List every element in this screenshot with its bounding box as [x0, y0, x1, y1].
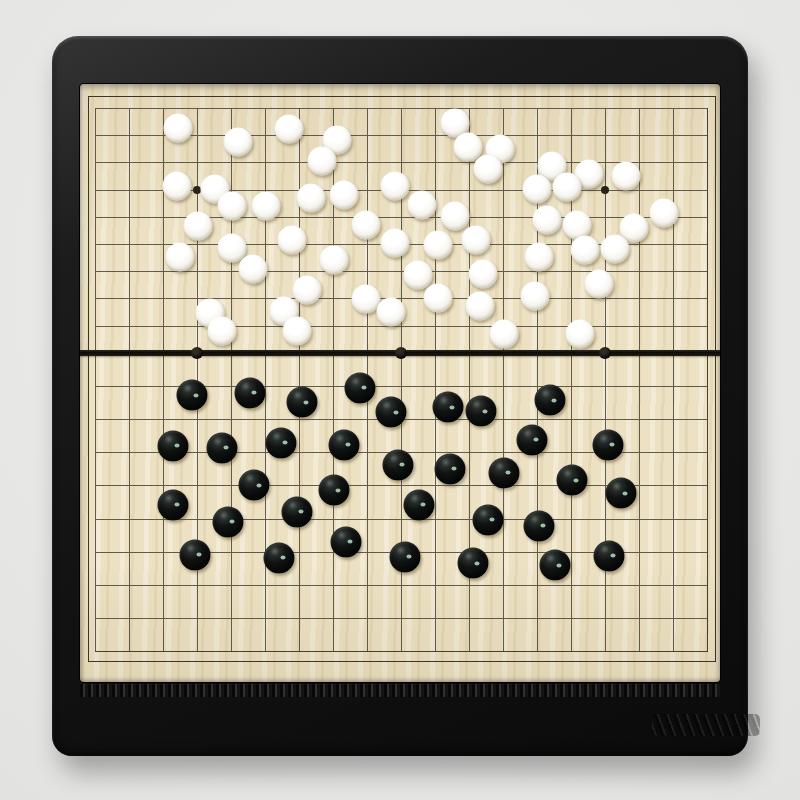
grid-cell	[673, 452, 707, 485]
white-stone[interactable]	[163, 171, 192, 200]
grid-cell	[673, 217, 707, 244]
grid-cell	[367, 485, 401, 518]
grid-cell	[129, 190, 163, 217]
grid-cell	[639, 244, 673, 271]
grid-cell	[129, 162, 163, 189]
black-stone[interactable]	[212, 506, 243, 537]
white-stone[interactable]	[523, 174, 552, 203]
grid-cell	[401, 108, 435, 135]
grid-cell	[129, 326, 163, 353]
grid-cell	[571, 618, 605, 651]
grid-cell	[469, 108, 503, 135]
grid-cell	[435, 353, 469, 386]
black-stone[interactable]	[266, 427, 297, 458]
frame-ridge-texture	[80, 684, 720, 697]
grid-cell	[639, 552, 673, 585]
black-stone[interactable]	[344, 372, 375, 403]
grid-cell	[503, 552, 537, 585]
grid-cell	[503, 618, 537, 651]
grid-cell	[265, 353, 299, 386]
grid-cell	[197, 585, 231, 618]
grid-cell	[401, 585, 435, 618]
black-stone[interactable]	[158, 489, 189, 520]
seam-star-point	[599, 347, 611, 359]
grid-cell	[129, 135, 163, 162]
white-stone[interactable]	[351, 285, 380, 314]
grid-cell	[639, 452, 673, 485]
white-stone[interactable]	[217, 192, 246, 221]
black-stone[interactable]	[517, 424, 548, 455]
grid-cell	[605, 298, 639, 325]
star-point	[601, 186, 609, 194]
grid-cell	[95, 519, 129, 552]
grid-cell	[673, 271, 707, 298]
grid-cell	[95, 386, 129, 419]
grid-cell	[95, 271, 129, 298]
white-stone[interactable]	[308, 147, 337, 176]
grid-cell	[673, 108, 707, 135]
grid-cell	[639, 386, 673, 419]
grid-cell	[163, 585, 197, 618]
grid-cell	[95, 485, 129, 518]
grid-cell	[571, 386, 605, 419]
black-stone[interactable]	[524, 510, 555, 541]
grid-cell	[605, 353, 639, 386]
white-stone[interactable]	[465, 292, 494, 321]
grid-cell	[95, 452, 129, 485]
black-stone[interactable]	[319, 474, 350, 505]
grid-cell	[435, 519, 469, 552]
grid-cell	[367, 618, 401, 651]
grid-cell	[129, 298, 163, 325]
grid-cell	[503, 108, 537, 135]
grid-cell	[401, 353, 435, 386]
grid-cell	[639, 271, 673, 298]
white-stone[interactable]	[166, 243, 195, 272]
black-stone[interactable]	[457, 547, 488, 578]
white-stone[interactable]	[278, 225, 307, 254]
white-stone[interactable]	[552, 172, 581, 201]
white-stone[interactable]	[329, 181, 358, 210]
grid-cell	[537, 618, 571, 651]
grid-cell	[605, 326, 639, 353]
black-stone[interactable]	[282, 496, 313, 527]
grid-cell	[129, 585, 163, 618]
white-stone[interactable]	[584, 269, 613, 298]
grid-cell	[435, 585, 469, 618]
grid-cell	[503, 386, 537, 419]
black-stone[interactable]	[328, 429, 359, 460]
grid-cell	[129, 217, 163, 244]
black-stone[interactable]	[330, 526, 361, 557]
grid-cell	[673, 618, 707, 651]
grid-cell	[95, 217, 129, 244]
grid-cell	[231, 552, 265, 585]
grid-cell	[129, 271, 163, 298]
grid-cell	[401, 326, 435, 353]
white-stone[interactable]	[404, 261, 433, 290]
grid-cell	[605, 386, 639, 419]
grid-cell	[129, 244, 163, 271]
grid-cell	[95, 326, 129, 353]
grid-cell	[129, 108, 163, 135]
black-stone[interactable]	[606, 477, 637, 508]
grid-cell	[673, 419, 707, 452]
grid-cell	[231, 162, 265, 189]
product-photo-background	[0, 0, 800, 800]
black-stone[interactable]	[593, 429, 624, 460]
grid-cell	[129, 618, 163, 651]
white-stone[interactable]	[525, 243, 554, 272]
black-stone[interactable]	[287, 386, 318, 417]
white-stone[interactable]	[440, 201, 469, 230]
white-stone[interactable]	[650, 198, 679, 227]
black-stone[interactable]	[465, 395, 496, 426]
grid-cell	[673, 353, 707, 386]
white-stone[interactable]	[223, 128, 252, 157]
grid-cell	[605, 108, 639, 135]
black-stone[interactable]	[434, 453, 465, 484]
black-stone[interactable]	[404, 489, 435, 520]
black-stone[interactable]	[206, 432, 237, 463]
white-stone[interactable]	[320, 246, 349, 275]
grid-cell	[333, 618, 367, 651]
grid-cell	[435, 419, 469, 452]
grid-cell	[503, 353, 537, 386]
white-stone[interactable]	[424, 284, 453, 313]
black-stone[interactable]	[383, 449, 414, 480]
white-stone[interactable]	[184, 211, 213, 240]
white-stone[interactable]	[600, 235, 629, 264]
white-stone[interactable]	[532, 206, 561, 235]
grid-cell	[95, 162, 129, 189]
grid-cell	[605, 585, 639, 618]
white-stone[interactable]	[297, 184, 326, 213]
grid-cell	[95, 190, 129, 217]
white-stone[interactable]	[381, 228, 410, 257]
grid-cell	[231, 298, 265, 325]
grid-cell	[95, 419, 129, 452]
black-stone[interactable]	[540, 549, 571, 580]
grid-cell	[435, 326, 469, 353]
grid-cell	[333, 552, 367, 585]
white-stone[interactable]	[468, 259, 497, 288]
white-stone[interactable]	[164, 113, 193, 142]
grid-cell	[129, 519, 163, 552]
grid-cell	[129, 452, 163, 485]
black-stone[interactable]	[489, 457, 520, 488]
white-stone[interactable]	[238, 255, 267, 284]
grid-cell	[265, 162, 299, 189]
grid-cell	[265, 618, 299, 651]
grid-cell	[299, 618, 333, 651]
white-stone[interactable]	[293, 275, 322, 304]
white-stone[interactable]	[283, 316, 312, 345]
grid-cell	[571, 353, 605, 386]
grid-cell	[537, 108, 571, 135]
black-stone[interactable]	[472, 504, 503, 535]
grid-cell	[469, 618, 503, 651]
grid-cell	[571, 585, 605, 618]
grid-cell	[163, 298, 197, 325]
grid-cell	[537, 353, 571, 386]
black-stone[interactable]	[158, 430, 189, 461]
grid-cell	[673, 326, 707, 353]
board-surface	[80, 84, 720, 682]
grid-cell	[639, 162, 673, 189]
grid-cell	[503, 585, 537, 618]
grid-cell	[673, 519, 707, 552]
grid-cell	[639, 519, 673, 552]
grid-cell	[129, 552, 163, 585]
white-stone[interactable]	[570, 236, 599, 265]
grid-cell	[197, 353, 231, 386]
grid-cell	[197, 271, 231, 298]
grid-cell	[673, 135, 707, 162]
white-stone[interactable]	[473, 154, 502, 183]
white-stone[interactable]	[351, 210, 380, 239]
grid-cell	[95, 552, 129, 585]
grid-cell	[571, 108, 605, 135]
white-stone[interactable]	[424, 231, 453, 260]
grid-cell	[333, 326, 367, 353]
grid-cell	[231, 585, 265, 618]
grid-cell	[571, 135, 605, 162]
grid-cell	[639, 353, 673, 386]
grid-cell	[605, 135, 639, 162]
grid-cell	[197, 108, 231, 135]
grid-cell	[673, 298, 707, 325]
black-stone[interactable]	[239, 469, 270, 500]
grid-cell	[435, 618, 469, 651]
grid-cell	[639, 585, 673, 618]
grid-cell	[469, 353, 503, 386]
grid-cell	[639, 618, 673, 651]
grid-cell	[299, 585, 333, 618]
white-stone[interactable]	[275, 115, 304, 144]
white-stone[interactable]	[462, 226, 491, 255]
grid-cell	[639, 298, 673, 325]
grid-cell	[469, 190, 503, 217]
grid-cell	[163, 618, 197, 651]
grid-cell	[673, 386, 707, 419]
white-stone[interactable]	[381, 171, 410, 200]
grid-cell	[231, 618, 265, 651]
seam-star-point	[191, 347, 203, 359]
grid-cell	[435, 485, 469, 518]
black-stone[interactable]	[264, 542, 295, 573]
grid-cell	[367, 585, 401, 618]
white-stone[interactable]	[207, 316, 236, 345]
black-stone[interactable]	[177, 379, 208, 410]
grid-cell	[265, 585, 299, 618]
black-stone[interactable]	[234, 377, 265, 408]
grid-cell	[95, 135, 129, 162]
grid-cell	[129, 386, 163, 419]
grid-cell	[435, 162, 469, 189]
black-stone[interactable]	[432, 391, 463, 422]
grid-cell	[605, 618, 639, 651]
black-stone[interactable]	[594, 540, 625, 571]
grid-cell	[639, 485, 673, 518]
grid-cell	[367, 135, 401, 162]
grid-cell	[673, 552, 707, 585]
grid-cell	[333, 585, 367, 618]
grid-cell	[537, 585, 571, 618]
grid-cell	[639, 108, 673, 135]
grid-cell	[401, 419, 435, 452]
grid-cell	[95, 353, 129, 386]
grid-cell	[401, 135, 435, 162]
black-stone[interactable]	[179, 539, 210, 570]
white-stone[interactable]	[612, 161, 641, 190]
molded-brand-mark	[652, 714, 760, 736]
grid-cell	[401, 618, 435, 651]
grid-cell	[197, 618, 231, 651]
grid-cell	[95, 298, 129, 325]
white-stone[interactable]	[520, 282, 549, 311]
grid-cell	[95, 244, 129, 271]
grid-cell	[639, 326, 673, 353]
grid-cell	[469, 585, 503, 618]
grid-cell	[163, 271, 197, 298]
white-stone[interactable]	[408, 191, 437, 220]
black-stone[interactable]	[534, 384, 565, 415]
grid-cell	[129, 353, 163, 386]
grid-cell	[673, 585, 707, 618]
grid-cell	[299, 552, 333, 585]
grid-cell	[95, 618, 129, 651]
white-stone[interactable]	[565, 319, 594, 348]
grid-cell	[367, 108, 401, 135]
grid-cell	[95, 108, 129, 135]
black-stone[interactable]	[557, 464, 588, 495]
seam-star-point	[395, 347, 407, 359]
white-stone[interactable]	[377, 298, 406, 327]
grid-cell	[673, 485, 707, 518]
black-stone[interactable]	[390, 541, 421, 572]
grid-cell	[299, 353, 333, 386]
white-stone[interactable]	[252, 192, 281, 221]
black-stone[interactable]	[376, 396, 407, 427]
grid-cell	[673, 244, 707, 271]
grid-cell	[639, 135, 673, 162]
grid-cell	[639, 419, 673, 452]
white-stone[interactable]	[490, 319, 519, 348]
grid-cell	[95, 585, 129, 618]
grid-cell	[673, 162, 707, 189]
